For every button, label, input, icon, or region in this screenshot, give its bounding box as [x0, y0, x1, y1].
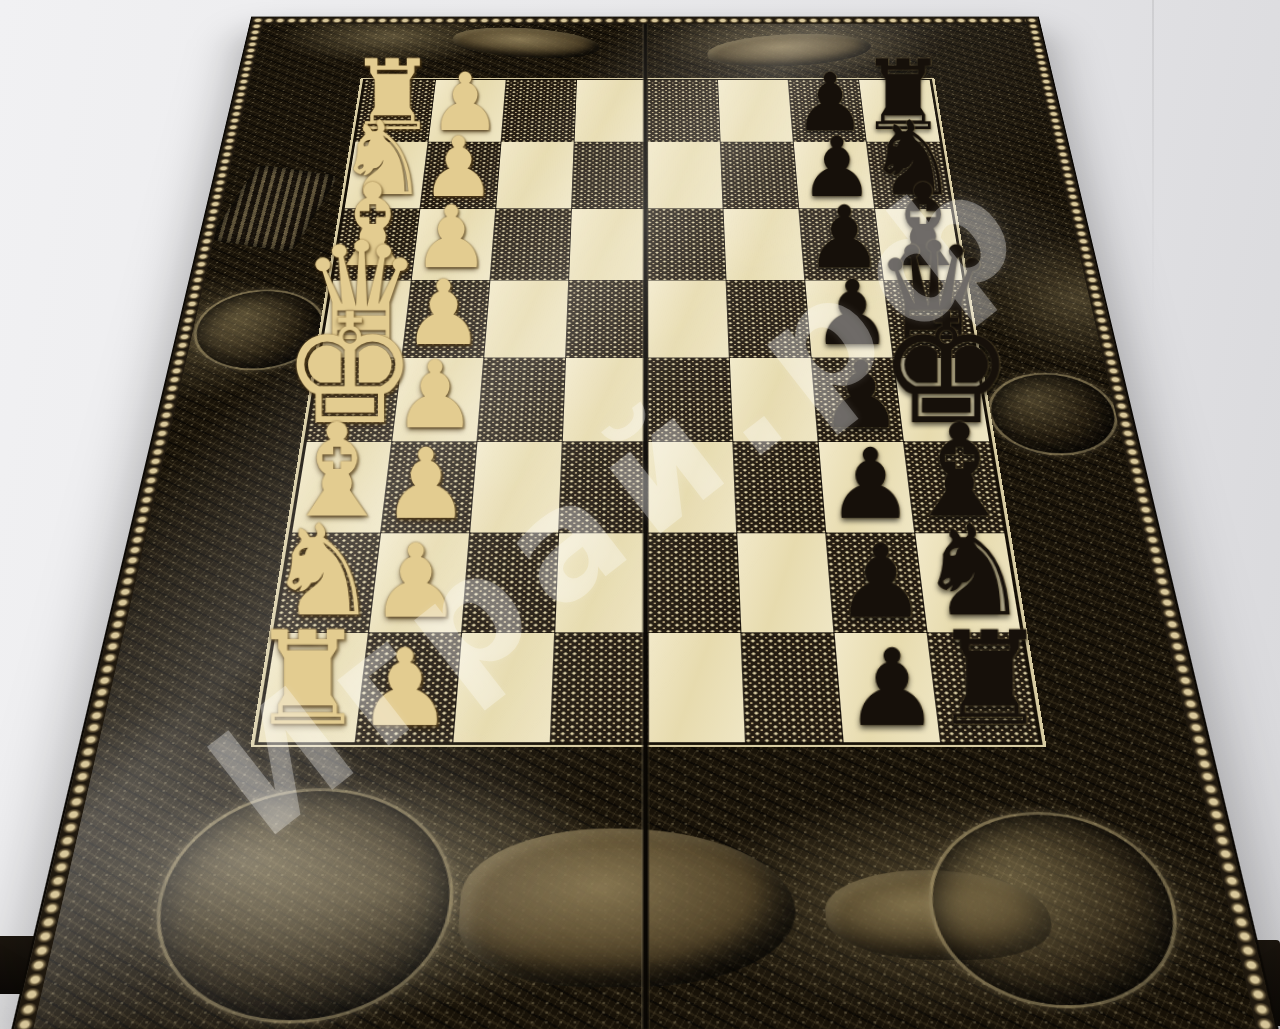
square-e3 — [477, 358, 566, 442]
square-f6 — [733, 442, 826, 533]
square-c3 — [490, 209, 572, 281]
square-h5 — [648, 633, 746, 742]
square-b5 — [648, 142, 724, 209]
square-f4 — [559, 442, 648, 533]
square-h7: ♟ — [835, 633, 942, 742]
chess-box: ♜♟♟♜♞♟♟♞♝♟♟♝♛♟♟♛♚♟♟♚♝♟♟♝♞♟♟♞♜♟♟♜ — [10, 17, 1280, 1029]
square-h8: ♜ — [928, 633, 1039, 742]
square-e5 — [648, 358, 733, 442]
square-b6 — [721, 142, 800, 209]
square-a3 — [501, 80, 576, 142]
square-h1: ♜ — [258, 633, 369, 742]
white-rook: ♜ — [249, 619, 365, 739]
square-a4 — [575, 80, 648, 142]
square-h2: ♟ — [356, 633, 462, 742]
white-pawn: ♟ — [357, 641, 453, 739]
square-b3 — [496, 142, 574, 209]
boar-relief — [454, 829, 800, 988]
square-g3 — [462, 533, 559, 633]
square-d5 — [648, 281, 730, 358]
square-d6 — [727, 281, 812, 358]
square-g5 — [648, 533, 741, 633]
square-c6 — [723, 209, 805, 281]
black-pawn: ♟ — [835, 536, 926, 630]
scene: ♜♟♟♜♞♟♟♞♝♟♟♝♛♟♟♛♚♟♟♚♝♟♟♝♞♟♟♞♜♟♟♜ — [0, 0, 1280, 1029]
square-e4 — [563, 358, 648, 442]
square-g6 — [737, 533, 834, 633]
square-h3 — [453, 633, 555, 742]
square-g4 — [555, 533, 648, 633]
square-e6 — [730, 358, 819, 442]
square-h6 — [741, 633, 843, 742]
square-b4 — [572, 142, 648, 209]
hunt-medallion — [135, 788, 462, 1023]
square-f2: ♟ — [381, 442, 477, 533]
square-g2: ♟ — [369, 533, 470, 633]
black-rook: ♜ — [931, 619, 1047, 739]
square-a6 — [718, 80, 794, 142]
square-g7: ♟ — [826, 533, 927, 633]
photo-backdrop: ♜♟♟♜♞♟♟♞♝♟♟♝♛♟♟♛♚♟♟♚♝♟♟♝♞♟♟♞♜♟♟♜ Играй.р… — [0, 0, 1280, 1029]
square-f5 — [648, 442, 737, 533]
square-d3 — [484, 281, 569, 358]
white-pawn: ♟ — [382, 441, 469, 531]
black-pawn: ♟ — [844, 641, 940, 739]
square-a5 — [648, 80, 721, 142]
square-h4 — [551, 633, 649, 742]
square-f3 — [470, 442, 563, 533]
square-d4 — [566, 281, 648, 358]
square-c5 — [648, 209, 727, 281]
hunt-medallion — [919, 812, 1197, 1008]
square-c4 — [569, 209, 648, 281]
white-pawn: ♟ — [370, 536, 461, 630]
